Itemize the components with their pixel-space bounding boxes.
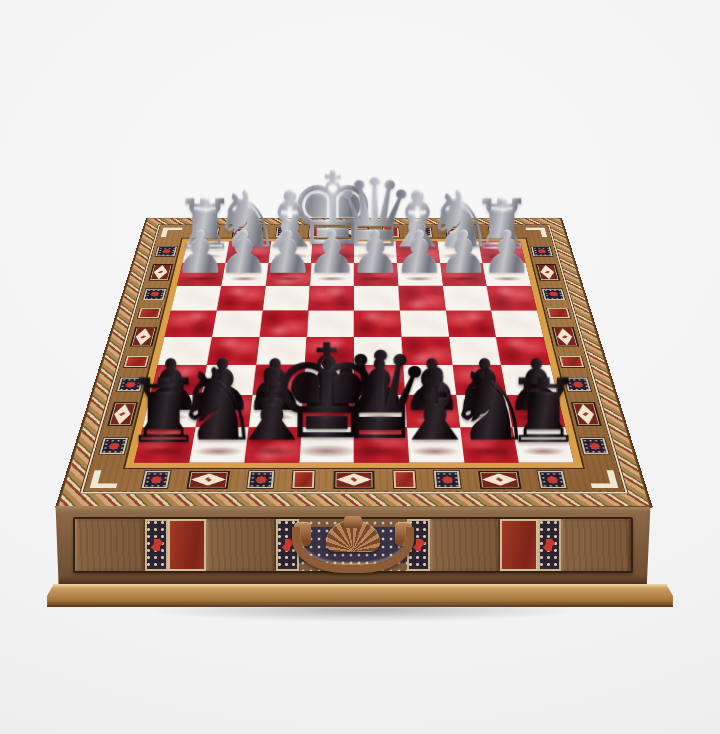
drawer-panel-wood [206, 519, 276, 571]
mosaic-diamond-icon [339, 227, 369, 237]
square-a4[interactable] [491, 310, 543, 336]
drawer-panel-red [500, 519, 537, 571]
square-h4[interactable] [165, 310, 217, 336]
mosaic-diamond-icon [551, 327, 578, 347]
drawer-panel-star [538, 519, 561, 571]
square-f6[interactable] [252, 365, 305, 395]
mosaic-diamond-icon [445, 227, 476, 237]
mosaic-diamond-icon [232, 227, 263, 237]
mosaic-star-icon [489, 228, 509, 237]
mosaic-star-icon [565, 378, 591, 392]
mosaic-star-icon [538, 471, 567, 488]
square-a5[interactable] [496, 337, 550, 365]
mosaic-diamond-icon [333, 471, 374, 489]
square-a3[interactable] [487, 286, 537, 311]
mosaic-star-icon [247, 471, 274, 488]
square-d4[interactable] [354, 310, 401, 336]
mosaic-diamond-icon [148, 264, 173, 281]
studio-background: ♜♜♞♞♝♝♛♛♚♚♝♝♞♞♜♜♟♟♟♟♟♟♟♟♟♟♟♟♟♟♟♟♟♟♟♟♟♟♟♟… [0, 0, 720, 734]
handle-bail[interactable] [292, 527, 414, 573]
chess-board-top: ♜♜♞♞♝♝♛♛♚♚♝♝♞♞♜♜♟♟♟♟♟♟♟♟♟♟♟♟♟♟♟♟♟♟♟♟♟♟♟♟… [55, 218, 653, 508]
mosaic-diamond-icon [570, 402, 601, 426]
mosaic-star-icon [276, 228, 295, 237]
mosaic-star-icon [542, 289, 565, 300]
square-d6[interactable] [354, 365, 405, 395]
drawer-panel-star [145, 519, 168, 571]
chess-box-top-scene: ♜♜♞♞♝♝♛♛♚♚♝♝♞♞♜♜♟♟♟♟♟♟♟♟♟♟♟♟♟♟♟♟♟♟♟♟♟♟♟♟… [55, 0, 653, 508]
square-g3[interactable] [217, 286, 266, 311]
mosaic-diamond-icon [187, 471, 231, 489]
drop-shadow [68, 597, 658, 629]
square-g4[interactable] [212, 310, 263, 336]
mosaic-star-icon [413, 228, 432, 237]
mosaic-star-icon [155, 247, 177, 257]
drawer-panel-wood [75, 519, 145, 571]
mosaic-star-icon [142, 471, 171, 488]
square-b4[interactable] [446, 310, 497, 336]
square-c5[interactable] [401, 337, 452, 365]
mosaic-star-icon [199, 228, 219, 237]
mosaic-strip-near [121, 468, 587, 492]
square-f4[interactable] [259, 310, 308, 336]
mosaic-star-icon [434, 471, 461, 488]
mosaic-diamond-icon [478, 471, 522, 489]
square-g5[interactable] [207, 337, 259, 365]
mosaic-star-icon [117, 378, 143, 392]
mosaic-red-tile [138, 308, 161, 318]
mosaic-red-tile [547, 308, 570, 318]
mosaic-star-icon [143, 289, 166, 300]
mosaic-strip-far [184, 226, 524, 239]
mosaic-star-icon [580, 438, 609, 454]
box-front-face [52, 506, 654, 586]
drawer-panel-red [168, 519, 205, 571]
drawer-handle[interactable] [289, 520, 417, 570]
drawer-panel-wood [561, 519, 631, 571]
mosaic-diamond-icon [129, 327, 156, 347]
drawer-panel-wood [430, 519, 500, 571]
mosaic-star-icon [531, 247, 553, 257]
square-c3[interactable] [398, 286, 445, 311]
